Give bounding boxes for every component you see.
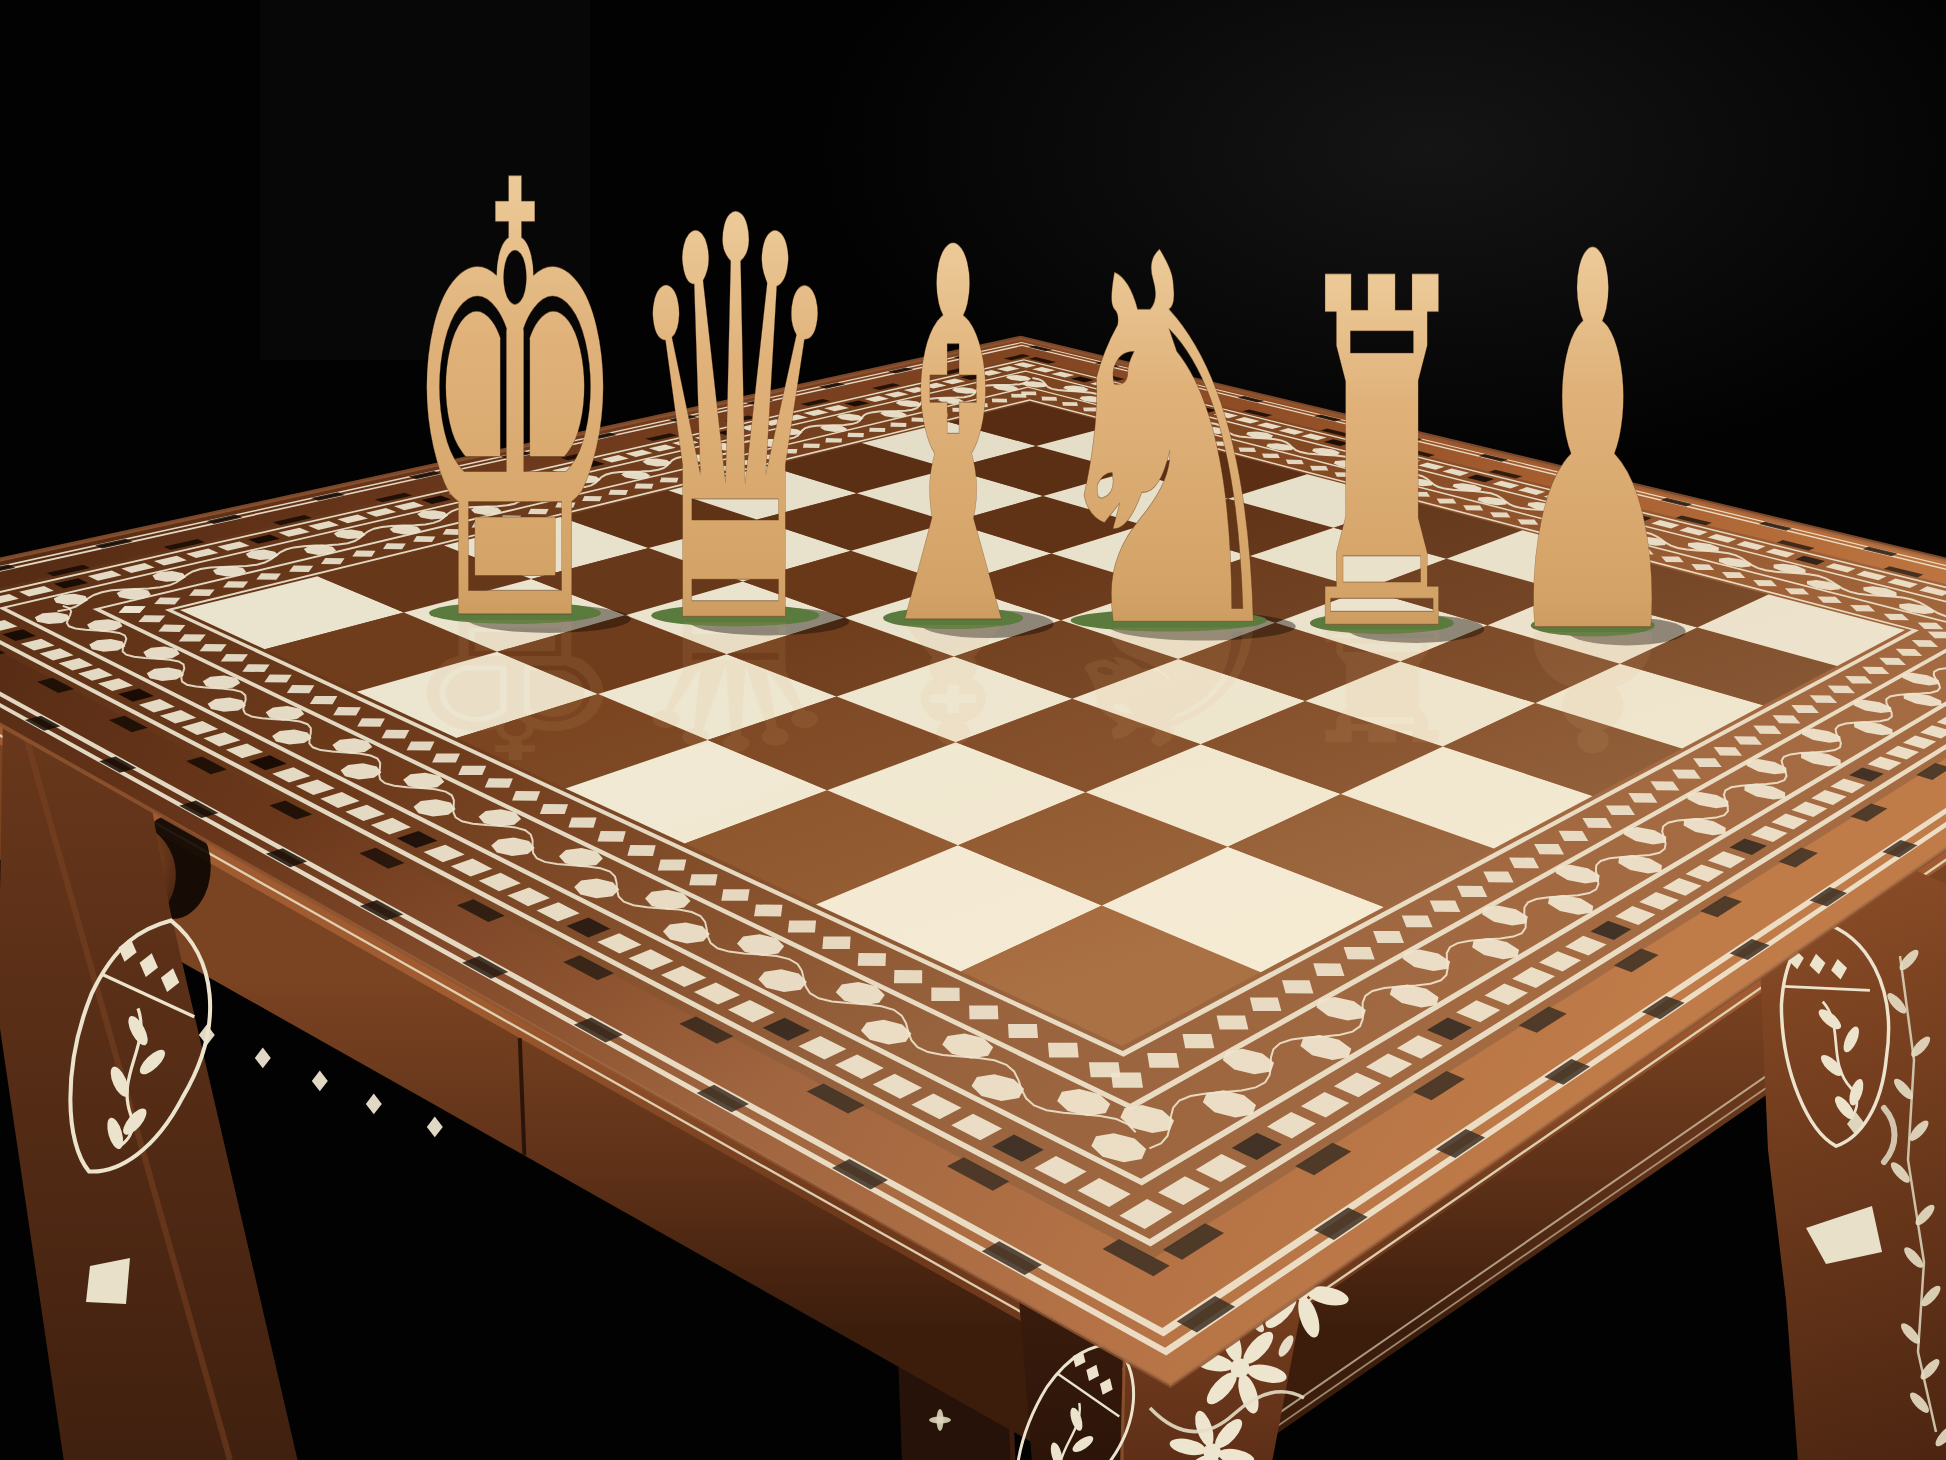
white-king-glyph[interactable]: ♚ — [402, 57, 628, 756]
piece-white-knight[interactable]: ♞♞ — [1036, 148, 1301, 779]
white-pawn-glyph[interactable]: ♟ — [1504, 144, 1681, 749]
white-bishop-glyph[interactable]: ♝ — [861, 141, 1046, 740]
piece-white-bishop[interactable]: ♝♝ — [861, 141, 1054, 778]
white-knight-glyph[interactable]: ♞ — [1036, 148, 1301, 741]
white-rook-glyph[interactable]: ♜ — [1291, 178, 1472, 737]
photo-stage: ♚♚♛♛♝♝♞♞♜♜♟♟ — [0, 0, 1946, 1460]
piece-white-rook[interactable]: ♜♜ — [1291, 178, 1484, 772]
white-queen-glyph[interactable]: ♛ — [626, 101, 845, 747]
piece-white-pawn[interactable]: ♟♟ — [1504, 144, 1685, 787]
chess-table-scene: ♚♚♛♛♝♝♞♞♜♜♟♟ — [0, 0, 1946, 1460]
piece-white-queen[interactable]: ♛♛ — [626, 101, 849, 787]
piece-white-king[interactable]: ♚♚ — [402, 57, 631, 798]
